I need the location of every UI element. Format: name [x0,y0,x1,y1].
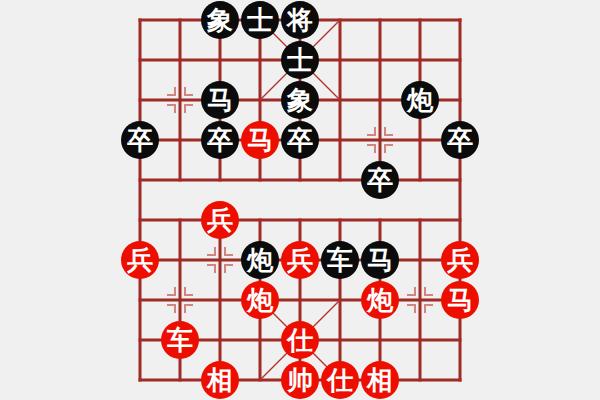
board-point[interactable] [360,200,400,240]
board-point[interactable] [320,160,360,200]
board-point[interactable] [160,0,200,40]
board-point[interactable] [120,40,160,80]
board-point[interactable] [400,280,440,320]
board-point[interactable]: 兵 [200,200,240,240]
board-point[interactable]: 马 [440,280,480,320]
board-point[interactable] [320,280,360,320]
red-elephant-piece[interactable]: 相 [201,361,239,399]
board-point[interactable] [200,40,240,80]
board-point[interactable]: 士 [240,0,280,40]
board-point[interactable] [120,160,160,200]
board-point[interactable] [440,360,480,400]
board-point[interactable]: 仕 [280,320,320,360]
black-soldier-piece[interactable]: 卒 [281,121,319,159]
black-chariot-piece[interactable]: 车 [321,241,359,279]
red-chariot-piece[interactable]: 车 [161,321,199,359]
board-point[interactable]: 马 [360,240,400,280]
red-advisor-piece[interactable]: 仕 [281,321,319,359]
black-advisor-piece[interactable]: 士 [241,1,279,39]
board-point[interactable] [120,0,160,40]
board-point[interactable]: 炮 [240,240,280,280]
board-point[interactable] [440,80,480,120]
board-point[interactable]: 相 [360,360,400,400]
black-elephant-piece[interactable]: 象 [201,1,239,39]
red-cannon-piece[interactable]: 炮 [361,281,399,319]
black-cannon-piece[interactable]: 炮 [241,241,279,279]
board-point[interactable] [440,160,480,200]
board-point[interactable] [400,160,440,200]
board-point[interactable] [160,40,200,80]
board-point[interactable]: 象 [200,0,240,40]
board-point[interactable] [200,160,240,200]
red-horse-piece[interactable]: 马 [441,281,479,319]
black-advisor-piece[interactable]: 士 [281,41,319,79]
board-point[interactable]: 卒 [120,120,160,160]
board-point[interactable]: 炮 [400,80,440,120]
board-point[interactable]: 将 [280,0,320,40]
board-point[interactable] [440,320,480,360]
board-point[interactable] [160,80,200,120]
board-point[interactable] [320,200,360,240]
board-point[interactable] [320,80,360,120]
board-grid: 象士将士马象炮卒卒马卒卒卒兵兵炮兵车马兵炮炮马车仕相帅仕相 [120,0,480,400]
board-point[interactable] [200,320,240,360]
black-horse-piece[interactable]: 马 [361,241,399,279]
board-point[interactable]: 相 [200,360,240,400]
board-point[interactable]: 卒 [360,160,400,200]
black-elephant-piece[interactable]: 象 [281,81,319,119]
red-advisor-piece[interactable]: 仕 [321,361,359,399]
board-point[interactable]: 马 [240,120,280,160]
board-point[interactable] [320,120,360,160]
board-point[interactable] [160,240,200,280]
red-horse-piece[interactable]: 马 [241,121,279,159]
black-soldier-piece[interactable]: 卒 [361,161,399,199]
board-point[interactable] [200,280,240,320]
board-point[interactable]: 兵 [120,240,160,280]
board-point[interactable] [360,320,400,360]
board-point[interactable] [400,240,440,280]
board-point[interactable] [200,240,240,280]
board-point[interactable] [160,200,200,240]
board-point[interactable] [440,200,480,240]
board-point[interactable]: 车 [160,320,200,360]
board-point[interactable] [320,0,360,40]
board-point[interactable]: 象 [280,80,320,120]
board-point[interactable] [120,360,160,400]
red-soldier-piece[interactable]: 兵 [201,201,239,239]
board-point[interactable]: 炮 [240,280,280,320]
board-point[interactable] [400,40,440,80]
board-point[interactable] [280,200,320,240]
red-soldier-piece[interactable]: 兵 [441,241,479,279]
board-point[interactable] [280,280,320,320]
board-point[interactable] [360,120,400,160]
board-point[interactable] [400,320,440,360]
board-point[interactable] [240,360,280,400]
black-soldier-piece[interactable]: 卒 [201,121,239,159]
board-point[interactable] [400,0,440,40]
board-point[interactable] [360,40,400,80]
board-point[interactable]: 卒 [280,120,320,160]
board-point[interactable] [400,360,440,400]
black-horse-piece[interactable]: 马 [201,81,239,119]
board-point[interactable] [240,200,280,240]
board-point[interactable] [240,320,280,360]
board-point[interactable] [360,0,400,40]
board-point[interactable]: 卒 [440,120,480,160]
black-soldier-piece[interactable]: 卒 [441,121,479,159]
board-point[interactable]: 兵 [440,240,480,280]
board-point[interactable]: 帅 [280,360,320,400]
board-point[interactable] [320,320,360,360]
board-point[interactable] [400,200,440,240]
red-general-piece[interactable]: 帅 [281,361,319,399]
red-elephant-piece[interactable]: 相 [361,361,399,399]
board-point[interactable] [280,160,320,200]
board-point[interactable] [240,80,280,120]
board-point[interactable] [160,360,200,400]
board-point[interactable]: 兵 [280,240,320,280]
red-soldier-piece[interactable]: 兵 [121,241,159,279]
board-point[interactable] [440,40,480,80]
board-point[interactable] [120,280,160,320]
board-point[interactable] [120,80,160,120]
board-point[interactable] [120,320,160,360]
board-point[interactable] [160,280,200,320]
board-point[interactable] [440,0,480,40]
black-cannon-piece[interactable]: 炮 [401,81,439,119]
board-point[interactable]: 士 [280,40,320,80]
red-soldier-piece[interactable]: 兵 [281,241,319,279]
board-point[interactable]: 卒 [200,120,240,160]
xiangqi-app: 象士将士马象炮卒卒马卒卒卒兵兵炮兵车马兵炮炮马车仕相帅仕相 [0,0,600,400]
board-point[interactable]: 炮 [360,280,400,320]
board-point[interactable]: 车 [320,240,360,280]
board-point[interactable] [120,200,160,240]
board-point[interactable] [360,80,400,120]
board-point[interactable] [320,40,360,80]
board-point[interactable] [240,40,280,80]
board-point[interactable] [160,160,200,200]
red-cannon-piece[interactable]: 炮 [241,281,279,319]
board-point[interactable]: 仕 [320,360,360,400]
board-point[interactable]: 马 [200,80,240,120]
board-point[interactable] [400,120,440,160]
black-soldier-piece[interactable]: 卒 [121,121,159,159]
board-point[interactable] [240,160,280,200]
black-general-piece[interactable]: 将 [281,1,319,39]
board-point[interactable] [160,120,200,160]
